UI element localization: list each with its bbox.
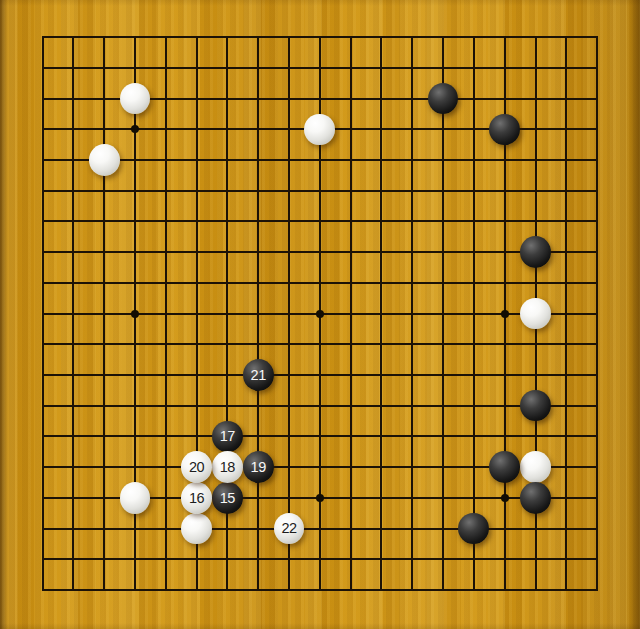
intersection-R7	[520, 390, 551, 421]
intersection-O17	[428, 83, 459, 114]
black-stone	[520, 482, 551, 514]
intersection-D17	[120, 83, 151, 114]
star-point	[120, 298, 151, 329]
black-stone-move-19: 19	[243, 451, 274, 483]
white-stone-move-18: 18	[212, 451, 243, 483]
star-point-dot	[316, 310, 324, 318]
intersection-C15	[89, 145, 120, 176]
intersection-K16	[304, 114, 335, 145]
intersection-Q16	[489, 114, 520, 145]
black-stone	[489, 451, 520, 483]
go-board-scene: 1516171819202122	[0, 0, 640, 629]
intersection-R10	[520, 298, 551, 329]
intersection-Q5	[489, 452, 520, 483]
white-stone-move-16: 16	[181, 482, 212, 514]
white-stone-move-20: 20	[181, 451, 212, 483]
white-stone	[520, 451, 551, 483]
black-stone	[520, 390, 551, 422]
intersection-J3: 22	[274, 513, 305, 544]
white-stone	[120, 83, 151, 115]
intersection-R4	[520, 482, 551, 513]
star-point-dot	[316, 494, 324, 502]
intersection-F3	[181, 513, 212, 544]
intersection-R5	[520, 452, 551, 483]
black-stone-move-15: 15	[212, 482, 243, 514]
star-point-dot	[501, 310, 509, 318]
intersection-G4: 15	[212, 482, 243, 513]
intersection-F4: 16	[181, 482, 212, 513]
black-stone	[428, 83, 459, 115]
star-point	[120, 114, 151, 145]
white-stone	[304, 114, 335, 146]
star-point-dot	[131, 310, 139, 318]
go-board[interactable]: 1516171819202122	[0, 0, 640, 629]
intersection-F5: 20	[181, 452, 212, 483]
black-stone	[489, 114, 520, 146]
intersection-R12	[520, 237, 551, 268]
star-point	[304, 482, 335, 513]
intersection-H8: 21	[243, 360, 274, 391]
intersection-P3	[458, 513, 489, 544]
black-stone	[520, 236, 551, 268]
white-stone	[89, 144, 120, 176]
star-point	[489, 482, 520, 513]
white-stone-move-22: 22	[274, 513, 305, 545]
star-point	[489, 298, 520, 329]
white-stone	[520, 298, 551, 330]
black-stone-move-21: 21	[243, 359, 274, 391]
intersection-H5: 19	[243, 452, 274, 483]
intersections-grid[interactable]: 1516171819202122	[27, 22, 612, 605]
white-stone	[181, 513, 212, 545]
intersection-D4	[120, 482, 151, 513]
star-point-dot	[131, 125, 139, 133]
intersection-G5: 18	[212, 452, 243, 483]
black-stone-move-17: 17	[212, 421, 243, 453]
black-stone	[458, 513, 489, 545]
star-point-dot	[501, 494, 509, 502]
white-stone	[120, 482, 151, 514]
intersection-G6: 17	[212, 421, 243, 452]
star-point	[304, 298, 335, 329]
